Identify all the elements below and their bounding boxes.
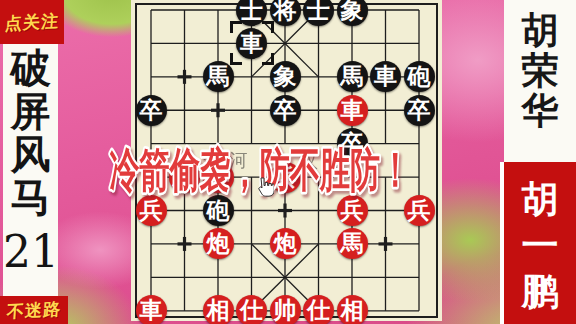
series-title: 破屏风马 xyxy=(3,46,58,218)
follow-banner-label: 点关注 xyxy=(4,9,60,35)
piece-red-車-6-3[interactable]: 車 xyxy=(337,95,368,126)
piece-black-卒-8-3[interactable]: 卒 xyxy=(404,95,435,126)
piece-black-卒-0-3[interactable]: 卒 xyxy=(136,95,167,126)
piece-black-馬-2-2[interactable]: 馬 xyxy=(203,61,234,92)
piece-black-馬-6-2[interactable]: 馬 xyxy=(337,61,368,92)
piece-red-相-2-9[interactable]: 相 xyxy=(203,295,234,324)
piece-red-炮-4-7[interactable]: 炮 xyxy=(270,228,301,259)
piece-black-卒-4-3[interactable]: 卒 xyxy=(270,95,301,126)
piece-black-将-4-0[interactable]: 将 xyxy=(270,0,301,26)
follow-banner: 点关注 xyxy=(0,0,64,44)
caption-banner: 冷箭偷袭，防不胜防！ xyxy=(107,140,452,202)
hand-cursor-icon xyxy=(255,177,274,198)
piece-red-相-6-9[interactable]: 相 xyxy=(337,295,368,324)
piece-black-士-5-0[interactable]: 士 xyxy=(303,0,334,26)
piece-red-仕-3-9[interactable]: 仕 xyxy=(236,295,267,324)
piece-red-車-0-9[interactable]: 車 xyxy=(136,295,167,324)
piece-black-砲-8-2[interactable]: 砲 xyxy=(404,61,435,92)
no-lost-banner: 不迷路 xyxy=(0,296,68,324)
piece-red-帅-4-9[interactable]: 帅 xyxy=(270,295,301,324)
player-bottom-name: 胡一鹏 xyxy=(504,176,576,314)
piece-red-仕-5-9[interactable]: 仕 xyxy=(303,295,334,324)
episode-number: 21 xyxy=(3,226,58,277)
piece-black-象-4-2[interactable]: 象 xyxy=(270,61,301,92)
piece-black-車-7-2[interactable]: 車 xyxy=(370,61,401,92)
piece-red-馬-6-7[interactable]: 馬 xyxy=(337,228,368,259)
piece-black-象-6-0[interactable]: 象 xyxy=(337,0,368,26)
piece-red-炮-2-7[interactable]: 炮 xyxy=(203,228,234,259)
player-top-name: 胡荣华 xyxy=(504,10,576,130)
no-lost-banner-label: 不迷路 xyxy=(6,297,62,323)
screenshot-stage: 点关注 破屏风马 21 不迷路 胡荣华 胡一鹏 楚河 汉界 士将士象車馬象馬車砲… xyxy=(0,0,576,324)
last-move-marker xyxy=(230,21,274,65)
